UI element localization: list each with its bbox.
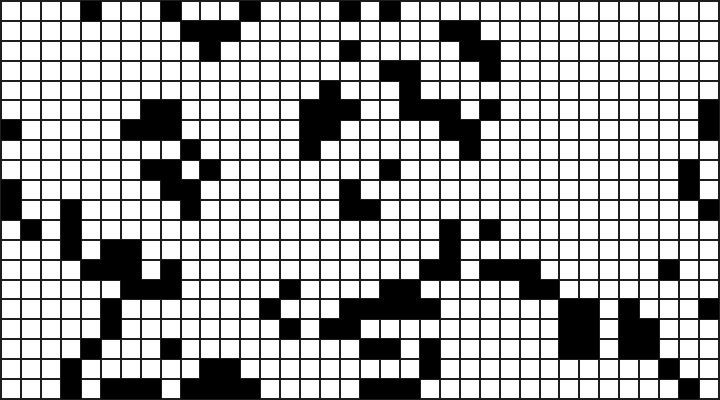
grid-cell[interactable] <box>220 319 240 339</box>
grid-cell[interactable] <box>679 21 699 41</box>
grid-cell[interactable] <box>340 200 360 220</box>
grid-cell[interactable] <box>579 81 599 101</box>
grid-cell[interactable] <box>520 81 540 101</box>
grid-cell[interactable] <box>599 120 619 140</box>
grid-cell[interactable] <box>101 21 121 41</box>
grid-cell[interactable] <box>380 280 400 300</box>
grid-cell[interactable] <box>480 1 500 21</box>
grid-cell[interactable] <box>141 41 161 61</box>
grid-cell[interactable] <box>400 1 420 21</box>
grid-cell[interactable] <box>181 140 201 160</box>
grid-cell[interactable] <box>440 240 460 260</box>
grid-cell[interactable] <box>61 319 81 339</box>
grid-cell[interactable] <box>679 260 699 280</box>
grid-cell[interactable] <box>220 260 240 280</box>
grid-cell[interactable] <box>161 160 181 180</box>
grid-cell[interactable] <box>440 339 460 359</box>
grid-cell[interactable] <box>280 299 300 319</box>
grid-cell[interactable] <box>21 240 41 260</box>
grid-cell[interactable] <box>540 100 560 120</box>
grid-cell[interactable] <box>639 81 659 101</box>
grid-cell[interactable] <box>41 140 61 160</box>
grid-cell[interactable] <box>659 359 679 379</box>
grid-cell[interactable] <box>579 280 599 300</box>
grid-cell[interactable] <box>101 100 121 120</box>
grid-cell[interactable] <box>440 21 460 41</box>
grid-cell[interactable] <box>559 379 579 399</box>
grid-cell[interactable] <box>380 200 400 220</box>
grid-cell[interactable] <box>21 379 41 399</box>
grid-cell[interactable] <box>500 200 520 220</box>
grid-cell[interactable] <box>420 81 440 101</box>
grid-cell[interactable] <box>540 359 560 379</box>
grid-cell[interactable] <box>520 280 540 300</box>
grid-cell[interactable] <box>280 160 300 180</box>
grid-cell[interactable] <box>181 280 201 300</box>
grid-cell[interactable] <box>679 180 699 200</box>
grid-cell[interactable] <box>500 1 520 21</box>
grid-cell[interactable] <box>260 240 280 260</box>
grid-cell[interactable] <box>480 81 500 101</box>
grid-cell[interactable] <box>61 339 81 359</box>
grid-cell[interactable] <box>200 21 220 41</box>
grid-cell[interactable] <box>400 260 420 280</box>
grid-cell[interactable] <box>1 379 21 399</box>
grid-cell[interactable] <box>380 339 400 359</box>
grid-cell[interactable] <box>280 339 300 359</box>
grid-cell[interactable] <box>320 359 340 379</box>
grid-cell[interactable] <box>141 160 161 180</box>
grid-cell[interactable] <box>340 180 360 200</box>
grid-cell[interactable] <box>460 120 480 140</box>
grid-cell[interactable] <box>500 140 520 160</box>
grid-cell[interactable] <box>240 339 260 359</box>
grid-cell[interactable] <box>41 180 61 200</box>
grid-cell[interactable] <box>699 260 719 280</box>
grid-cell[interactable] <box>500 81 520 101</box>
grid-cell[interactable] <box>300 61 320 81</box>
grid-cell[interactable] <box>21 220 41 240</box>
grid-cell[interactable] <box>380 220 400 240</box>
grid-cell[interactable] <box>599 41 619 61</box>
grid-cell[interactable] <box>460 61 480 81</box>
grid-cell[interactable] <box>659 200 679 220</box>
grid-cell[interactable] <box>440 100 460 120</box>
grid-cell[interactable] <box>420 120 440 140</box>
grid-cell[interactable] <box>101 280 121 300</box>
grid-cell[interactable] <box>639 120 659 140</box>
grid-cell[interactable] <box>500 160 520 180</box>
grid-cell[interactable] <box>440 319 460 339</box>
grid-cell[interactable] <box>260 359 280 379</box>
grid-cell[interactable] <box>400 180 420 200</box>
grid-cell[interactable] <box>360 120 380 140</box>
grid-cell[interactable] <box>619 260 639 280</box>
grid-cell[interactable] <box>200 180 220 200</box>
grid-cell[interactable] <box>181 100 201 120</box>
grid-cell[interactable] <box>520 260 540 280</box>
grid-cell[interactable] <box>240 21 260 41</box>
grid-cell[interactable] <box>240 41 260 61</box>
grid-cell[interactable] <box>679 359 699 379</box>
grid-cell[interactable] <box>300 120 320 140</box>
grid-cell[interactable] <box>540 299 560 319</box>
grid-cell[interactable] <box>200 220 220 240</box>
grid-cell[interactable] <box>1 240 21 260</box>
grid-cell[interactable] <box>619 160 639 180</box>
grid-cell[interactable] <box>440 1 460 21</box>
grid-cell[interactable] <box>480 319 500 339</box>
grid-cell[interactable] <box>380 299 400 319</box>
grid-cell[interactable] <box>121 260 141 280</box>
grid-cell[interactable] <box>540 220 560 240</box>
grid-cell[interactable] <box>340 379 360 399</box>
grid-cell[interactable] <box>260 319 280 339</box>
grid-cell[interactable] <box>181 180 201 200</box>
grid-cell[interactable] <box>659 140 679 160</box>
grid-cell[interactable] <box>300 359 320 379</box>
grid-cell[interactable] <box>579 220 599 240</box>
grid-cell[interactable] <box>61 81 81 101</box>
grid-cell[interactable] <box>260 21 280 41</box>
grid-cell[interactable] <box>121 200 141 220</box>
grid-cell[interactable] <box>181 61 201 81</box>
grid-cell[interactable] <box>559 21 579 41</box>
grid-cell[interactable] <box>440 299 460 319</box>
grid-cell[interactable] <box>141 100 161 120</box>
grid-cell[interactable] <box>21 180 41 200</box>
grid-cell[interactable] <box>200 41 220 61</box>
grid-cell[interactable] <box>340 359 360 379</box>
grid-cell[interactable] <box>141 61 161 81</box>
grid-cell[interactable] <box>21 1 41 21</box>
grid-cell[interactable] <box>619 100 639 120</box>
grid-cell[interactable] <box>200 140 220 160</box>
grid-cell[interactable] <box>480 180 500 200</box>
grid-cell[interactable] <box>360 319 380 339</box>
grid-cell[interactable] <box>81 260 101 280</box>
grid-cell[interactable] <box>21 299 41 319</box>
grid-cell[interactable] <box>440 140 460 160</box>
grid-cell[interactable] <box>659 100 679 120</box>
grid-cell[interactable] <box>500 21 520 41</box>
grid-cell[interactable] <box>121 379 141 399</box>
grid-cell[interactable] <box>41 61 61 81</box>
grid-cell[interactable] <box>41 240 61 260</box>
grid-cell[interactable] <box>599 200 619 220</box>
grid-cell[interactable] <box>101 359 121 379</box>
grid-cell[interactable] <box>181 200 201 220</box>
grid-cell[interactable] <box>520 359 540 379</box>
grid-cell[interactable] <box>380 41 400 61</box>
grid-cell[interactable] <box>520 140 540 160</box>
grid-cell[interactable] <box>659 120 679 140</box>
grid-cell[interactable] <box>200 339 220 359</box>
grid-cell[interactable] <box>579 180 599 200</box>
grid-cell[interactable] <box>520 200 540 220</box>
grid-cell[interactable] <box>61 379 81 399</box>
grid-cell[interactable] <box>200 379 220 399</box>
grid-cell[interactable] <box>41 319 61 339</box>
grid-cell[interactable] <box>141 339 161 359</box>
grid-cell[interactable] <box>460 1 480 21</box>
grid-cell[interactable] <box>320 1 340 21</box>
grid-cell[interactable] <box>520 299 540 319</box>
grid-cell[interactable] <box>240 359 260 379</box>
grid-cell[interactable] <box>81 81 101 101</box>
grid-cell[interactable] <box>1 120 21 140</box>
grid-cell[interactable] <box>599 220 619 240</box>
grid-cell[interactable] <box>400 319 420 339</box>
grid-cell[interactable] <box>101 41 121 61</box>
grid-cell[interactable] <box>579 200 599 220</box>
grid-cell[interactable] <box>679 81 699 101</box>
grid-cell[interactable] <box>300 260 320 280</box>
grid-cell[interactable] <box>440 41 460 61</box>
grid-cell[interactable] <box>540 120 560 140</box>
grid-cell[interactable] <box>181 160 201 180</box>
grid-cell[interactable] <box>440 260 460 280</box>
grid-cell[interactable] <box>579 359 599 379</box>
grid-cell[interactable] <box>81 280 101 300</box>
grid-cell[interactable] <box>540 319 560 339</box>
grid-cell[interactable] <box>41 299 61 319</box>
grid-cell[interactable] <box>121 240 141 260</box>
grid-cell[interactable] <box>260 41 280 61</box>
grid-cell[interactable] <box>619 339 639 359</box>
grid-cell[interactable] <box>400 299 420 319</box>
grid-cell[interactable] <box>599 81 619 101</box>
grid-cell[interactable] <box>699 100 719 120</box>
grid-cell[interactable] <box>619 299 639 319</box>
grid-cell[interactable] <box>400 81 420 101</box>
grid-cell[interactable] <box>141 280 161 300</box>
grid-cell[interactable] <box>659 41 679 61</box>
grid-cell[interactable] <box>260 379 280 399</box>
grid-cell[interactable] <box>360 220 380 240</box>
grid-cell[interactable] <box>540 339 560 359</box>
grid-cell[interactable] <box>41 339 61 359</box>
grid-cell[interactable] <box>101 260 121 280</box>
grid-cell[interactable] <box>61 140 81 160</box>
grid-cell[interactable] <box>480 140 500 160</box>
grid-cell[interactable] <box>220 100 240 120</box>
grid-cell[interactable] <box>500 339 520 359</box>
grid-cell[interactable] <box>599 339 619 359</box>
grid-cell[interactable] <box>1 299 21 319</box>
grid-cell[interactable] <box>340 1 360 21</box>
grid-cell[interactable] <box>220 140 240 160</box>
grid-cell[interactable] <box>420 240 440 260</box>
grid-cell[interactable] <box>141 359 161 379</box>
grid-cell[interactable] <box>1 260 21 280</box>
grid-cell[interactable] <box>161 180 181 200</box>
grid-cell[interactable] <box>420 140 440 160</box>
grid-cell[interactable] <box>81 160 101 180</box>
grid-cell[interactable] <box>559 359 579 379</box>
grid-cell[interactable] <box>320 299 340 319</box>
grid-cell[interactable] <box>21 359 41 379</box>
grid-cell[interactable] <box>141 1 161 21</box>
grid-cell[interactable] <box>280 41 300 61</box>
grid-cell[interactable] <box>480 100 500 120</box>
grid-cell[interactable] <box>161 41 181 61</box>
grid-cell[interactable] <box>699 1 719 21</box>
grid-cell[interactable] <box>699 21 719 41</box>
grid-cell[interactable] <box>181 299 201 319</box>
grid-cell[interactable] <box>101 319 121 339</box>
grid-cell[interactable] <box>101 299 121 319</box>
grid-cell[interactable] <box>540 280 560 300</box>
grid-cell[interactable] <box>699 180 719 200</box>
grid-cell[interactable] <box>579 61 599 81</box>
grid-cell[interactable] <box>559 1 579 21</box>
grid-cell[interactable] <box>500 120 520 140</box>
grid-cell[interactable] <box>1 200 21 220</box>
grid-cell[interactable] <box>21 260 41 280</box>
grid-cell[interactable] <box>280 120 300 140</box>
grid-cell[interactable] <box>1 41 21 61</box>
grid-cell[interactable] <box>699 339 719 359</box>
grid-cell[interactable] <box>639 21 659 41</box>
grid-cell[interactable] <box>460 140 480 160</box>
grid-cell[interactable] <box>639 220 659 240</box>
grid-cell[interactable] <box>81 339 101 359</box>
grid-cell[interactable] <box>520 61 540 81</box>
grid-cell[interactable] <box>280 140 300 160</box>
grid-cell[interactable] <box>380 81 400 101</box>
grid-cell[interactable] <box>161 140 181 160</box>
grid-cell[interactable] <box>101 200 121 220</box>
grid-cell[interactable] <box>220 339 240 359</box>
grid-cell[interactable] <box>559 140 579 160</box>
grid-cell[interactable] <box>61 61 81 81</box>
grid-cell[interactable] <box>41 120 61 140</box>
grid-cell[interactable] <box>360 1 380 21</box>
grid-cell[interactable] <box>480 200 500 220</box>
grid-cell[interactable] <box>1 81 21 101</box>
grid-cell[interactable] <box>1 21 21 41</box>
grid-cell[interactable] <box>520 220 540 240</box>
grid-cell[interactable] <box>240 280 260 300</box>
grid-cell[interactable] <box>21 120 41 140</box>
grid-cell[interactable] <box>220 21 240 41</box>
grid-cell[interactable] <box>579 319 599 339</box>
grid-cell[interactable] <box>260 280 280 300</box>
grid-cell[interactable] <box>1 140 21 160</box>
grid-cell[interactable] <box>679 339 699 359</box>
grid-cell[interactable] <box>420 359 440 379</box>
grid-cell[interactable] <box>520 41 540 61</box>
grid-cell[interactable] <box>141 240 161 260</box>
grid-cell[interactable] <box>141 21 161 41</box>
grid-cell[interactable] <box>360 339 380 359</box>
grid-cell[interactable] <box>181 81 201 101</box>
grid-cell[interactable] <box>260 200 280 220</box>
grid-cell[interactable] <box>699 359 719 379</box>
grid-cell[interactable] <box>21 100 41 120</box>
grid-cell[interactable] <box>200 200 220 220</box>
grid-cell[interactable] <box>659 220 679 240</box>
grid-cell[interactable] <box>420 339 440 359</box>
grid-cell[interactable] <box>101 1 121 21</box>
grid-cell[interactable] <box>161 100 181 120</box>
grid-cell[interactable] <box>161 339 181 359</box>
grid-cell[interactable] <box>559 41 579 61</box>
grid-cell[interactable] <box>400 120 420 140</box>
grid-cell[interactable] <box>659 1 679 21</box>
grid-cell[interactable] <box>440 160 460 180</box>
grid-cell[interactable] <box>41 160 61 180</box>
grid-cell[interactable] <box>599 140 619 160</box>
grid-cell[interactable] <box>559 299 579 319</box>
grid-cell[interactable] <box>500 359 520 379</box>
grid-cell[interactable] <box>260 100 280 120</box>
grid-cell[interactable] <box>400 339 420 359</box>
grid-cell[interactable] <box>141 379 161 399</box>
grid-cell[interactable] <box>559 339 579 359</box>
grid-cell[interactable] <box>340 140 360 160</box>
grid-cell[interactable] <box>460 21 480 41</box>
grid-cell[interactable] <box>21 319 41 339</box>
grid-cell[interactable] <box>380 1 400 21</box>
grid-cell[interactable] <box>639 379 659 399</box>
grid-cell[interactable] <box>240 379 260 399</box>
grid-cell[interactable] <box>340 81 360 101</box>
grid-cell[interactable] <box>420 61 440 81</box>
grid-cell[interactable] <box>141 299 161 319</box>
grid-cell[interactable] <box>81 319 101 339</box>
grid-cell[interactable] <box>639 339 659 359</box>
grid-cell[interactable] <box>440 61 460 81</box>
grid-cell[interactable] <box>61 41 81 61</box>
grid-cell[interactable] <box>340 260 360 280</box>
grid-cell[interactable] <box>260 299 280 319</box>
grid-cell[interactable] <box>639 41 659 61</box>
grid-cell[interactable] <box>679 100 699 120</box>
grid-cell[interactable] <box>181 339 201 359</box>
grid-cell[interactable] <box>460 280 480 300</box>
grid-cell[interactable] <box>81 240 101 260</box>
grid-cell[interactable] <box>260 160 280 180</box>
grid-cell[interactable] <box>699 81 719 101</box>
grid-cell[interactable] <box>659 280 679 300</box>
grid-cell[interactable] <box>161 240 181 260</box>
grid-cell[interactable] <box>41 260 61 280</box>
grid-cell[interactable] <box>380 61 400 81</box>
grid-cell[interactable] <box>300 319 320 339</box>
grid-cell[interactable] <box>679 240 699 260</box>
grid-cell[interactable] <box>181 220 201 240</box>
grid-cell[interactable] <box>320 21 340 41</box>
grid-cell[interactable] <box>460 240 480 260</box>
grid-cell[interactable] <box>161 120 181 140</box>
grid-cell[interactable] <box>579 21 599 41</box>
grid-cell[interactable] <box>101 140 121 160</box>
grid-cell[interactable] <box>61 160 81 180</box>
grid-cell[interactable] <box>480 299 500 319</box>
grid-cell[interactable] <box>21 280 41 300</box>
grid-cell[interactable] <box>360 299 380 319</box>
grid-cell[interactable] <box>380 240 400 260</box>
grid-cell[interactable] <box>340 21 360 41</box>
grid-cell[interactable] <box>420 160 440 180</box>
grid-cell[interactable] <box>480 61 500 81</box>
grid-cell[interactable] <box>420 1 440 21</box>
grid-cell[interactable] <box>220 240 240 260</box>
grid-cell[interactable] <box>579 339 599 359</box>
grid-cell[interactable] <box>320 220 340 240</box>
